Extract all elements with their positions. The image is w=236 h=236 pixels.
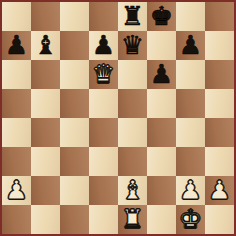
square-d3[interactable] xyxy=(89,147,118,176)
black-pawn-piece[interactable]: ♟ xyxy=(92,31,115,60)
square-b4[interactable] xyxy=(31,118,60,147)
square-g2[interactable]: ♟ xyxy=(176,176,205,205)
square-c7[interactable] xyxy=(60,31,89,60)
square-f3[interactable] xyxy=(147,147,176,176)
square-h8[interactable] xyxy=(205,2,234,31)
white-queen-piece[interactable]: ♛ xyxy=(92,60,115,89)
white-pawn-piece[interactable]: ♟ xyxy=(208,176,231,205)
square-f6[interactable]: ♟ xyxy=(147,60,176,89)
square-c4[interactable] xyxy=(60,118,89,147)
square-b3[interactable] xyxy=(31,147,60,176)
white-pawn-piece[interactable]: ♟ xyxy=(5,176,28,205)
square-c8[interactable] xyxy=(60,2,89,31)
square-h6[interactable] xyxy=(205,60,234,89)
chess-board-frame: ♜♚♟♝♟♛♟♛♟♟♝♟♟♜♚ xyxy=(0,0,236,236)
square-h3[interactable] xyxy=(205,147,234,176)
chess-board: ♜♚♟♝♟♛♟♛♟♟♝♟♟♜♚ xyxy=(2,2,234,234)
square-b8[interactable] xyxy=(31,2,60,31)
square-e4[interactable] xyxy=(118,118,147,147)
square-e1[interactable]: ♜ xyxy=(118,205,147,234)
square-g7[interactable]: ♟ xyxy=(176,31,205,60)
square-d2[interactable] xyxy=(89,176,118,205)
square-f4[interactable] xyxy=(147,118,176,147)
square-b7[interactable]: ♝ xyxy=(31,31,60,60)
black-pawn-piece[interactable]: ♟ xyxy=(5,31,28,60)
square-c6[interactable] xyxy=(60,60,89,89)
square-a1[interactable] xyxy=(2,205,31,234)
black-queen-piece[interactable]: ♛ xyxy=(121,31,144,60)
square-c1[interactable] xyxy=(60,205,89,234)
square-d8[interactable] xyxy=(89,2,118,31)
black-pawn-piece[interactable]: ♟ xyxy=(179,31,202,60)
square-d6[interactable]: ♛ xyxy=(89,60,118,89)
square-h1[interactable] xyxy=(205,205,234,234)
white-rook-piece[interactable]: ♜ xyxy=(121,205,144,234)
square-c2[interactable] xyxy=(60,176,89,205)
square-a7[interactable]: ♟ xyxy=(2,31,31,60)
square-h2[interactable]: ♟ xyxy=(205,176,234,205)
square-a8[interactable] xyxy=(2,2,31,31)
square-h5[interactable] xyxy=(205,89,234,118)
square-a6[interactable] xyxy=(2,60,31,89)
white-bishop-piece[interactable]: ♝ xyxy=(121,176,144,205)
black-bishop-piece[interactable]: ♝ xyxy=(34,31,57,60)
square-g8[interactable] xyxy=(176,2,205,31)
square-f8[interactable]: ♚ xyxy=(147,2,176,31)
square-g3[interactable] xyxy=(176,147,205,176)
square-f5[interactable] xyxy=(147,89,176,118)
square-c3[interactable] xyxy=(60,147,89,176)
square-g6[interactable] xyxy=(176,60,205,89)
square-g1[interactable]: ♚ xyxy=(176,205,205,234)
square-e3[interactable] xyxy=(118,147,147,176)
square-d5[interactable] xyxy=(89,89,118,118)
square-b5[interactable] xyxy=(31,89,60,118)
square-b2[interactable] xyxy=(31,176,60,205)
square-a3[interactable] xyxy=(2,147,31,176)
square-b1[interactable] xyxy=(31,205,60,234)
square-e7[interactable]: ♛ xyxy=(118,31,147,60)
square-a4[interactable] xyxy=(2,118,31,147)
square-d1[interactable] xyxy=(89,205,118,234)
square-e6[interactable] xyxy=(118,60,147,89)
square-h4[interactable] xyxy=(205,118,234,147)
square-c5[interactable] xyxy=(60,89,89,118)
black-rook-piece[interactable]: ♜ xyxy=(121,2,144,31)
white-pawn-piece[interactable]: ♟ xyxy=(179,176,202,205)
square-e5[interactable] xyxy=(118,89,147,118)
square-a2[interactable]: ♟ xyxy=(2,176,31,205)
square-g4[interactable] xyxy=(176,118,205,147)
square-h7[interactable] xyxy=(205,31,234,60)
square-f7[interactable] xyxy=(147,31,176,60)
black-pawn-piece[interactable]: ♟ xyxy=(150,60,173,89)
square-e2[interactable]: ♝ xyxy=(118,176,147,205)
square-g5[interactable] xyxy=(176,89,205,118)
square-e8[interactable]: ♜ xyxy=(118,2,147,31)
square-a5[interactable] xyxy=(2,89,31,118)
square-b6[interactable] xyxy=(31,60,60,89)
square-d7[interactable]: ♟ xyxy=(89,31,118,60)
white-king-piece[interactable]: ♚ xyxy=(179,205,202,234)
square-f1[interactable] xyxy=(147,205,176,234)
square-d4[interactable] xyxy=(89,118,118,147)
square-f2[interactable] xyxy=(147,176,176,205)
black-king-piece[interactable]: ♚ xyxy=(150,2,173,31)
